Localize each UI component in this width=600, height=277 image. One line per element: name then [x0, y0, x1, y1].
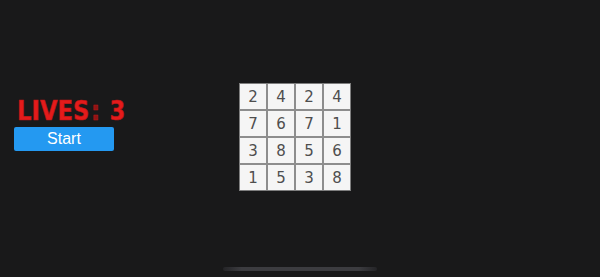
grid-cell[interactable]: 7 — [296, 111, 322, 136]
lives-counter: LIVES: 3 — [17, 95, 125, 126]
home-indicator — [223, 267, 377, 271]
grid-cell[interactable]: 1 — [324, 111, 350, 136]
grid-cell[interactable]: 6 — [324, 138, 350, 163]
grid-cell[interactable]: 2 — [296, 84, 322, 109]
lives-value: 3 — [110, 95, 126, 126]
game-screen: LIVES: 3 Start 2424767138561538 — [0, 0, 600, 277]
grid-cell[interactable]: 6 — [268, 111, 294, 136]
grid-cell[interactable]: 3 — [296, 165, 322, 190]
grid-cell[interactable]: 5 — [268, 165, 294, 190]
start-button[interactable]: Start — [14, 127, 114, 151]
start-button-label: Start — [47, 130, 81, 148]
lives-label: LIVES — [17, 95, 89, 126]
grid-cell[interactable]: 5 — [296, 138, 322, 163]
number-grid: 2424767138561538 — [239, 83, 351, 191]
grid-cell[interactable]: 2 — [240, 84, 266, 109]
grid-cell[interactable]: 4 — [324, 84, 350, 109]
grid-cell[interactable]: 8 — [324, 165, 350, 190]
grid-cell[interactable]: 3 — [240, 138, 266, 163]
grid-cell[interactable]: 4 — [268, 84, 294, 109]
grid-cell[interactable]: 7 — [240, 111, 266, 136]
grid-cell[interactable]: 8 — [268, 138, 294, 163]
grid-cell[interactable]: 1 — [240, 165, 266, 190]
lives-separator: : — [89, 95, 101, 126]
